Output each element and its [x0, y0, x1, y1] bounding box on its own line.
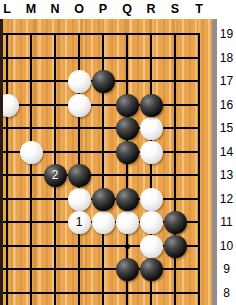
star-point-Q10 — [125, 244, 130, 249]
stone-black-Q15[interactable] — [116, 117, 139, 140]
stone-white-R11[interactable] — [140, 211, 163, 234]
stone-white-M14[interactable] — [20, 141, 43, 164]
column-label-M: M — [19, 1, 43, 18]
column-label-L: L — [0, 1, 19, 18]
row-label-11: 11 — [217, 215, 236, 229]
stone-white-R14[interactable] — [140, 141, 163, 164]
grid-line — [6, 33, 8, 305]
stone-white-O11-move-1[interactable]: 1 — [68, 211, 91, 234]
row-label-19: 19 — [217, 27, 236, 41]
stone-white-P11[interactable] — [92, 211, 115, 234]
stone-black-P12[interactable] — [92, 188, 115, 211]
row-label-18: 18 — [217, 51, 236, 65]
stone-white-R15[interactable] — [140, 117, 163, 140]
row-label-17: 17 — [217, 74, 236, 88]
row-label-10: 10 — [217, 239, 236, 253]
stone-white-O12[interactable] — [68, 188, 91, 211]
grid-line — [174, 33, 176, 305]
stone-white-R10[interactable] — [140, 235, 163, 258]
stone-white-R12[interactable] — [140, 188, 163, 211]
row-label-9: 9 — [217, 262, 236, 276]
column-label-O: O — [67, 1, 91, 18]
column-labels: LMNOPQRST — [0, 0, 236, 19]
stone-black-Q9[interactable] — [116, 258, 139, 281]
stone-black-S10[interactable] — [164, 235, 187, 258]
stone-black-P17[interactable] — [92, 70, 115, 93]
stone-black-Q16[interactable] — [116, 94, 139, 117]
stone-white-Q11[interactable] — [116, 211, 139, 234]
row-label-12: 12 — [217, 192, 236, 206]
row-label-14: 14 — [217, 145, 236, 159]
row-label-8: 8 — [217, 286, 236, 300]
stone-black-R9[interactable] — [140, 258, 163, 281]
row-label-15: 15 — [217, 121, 236, 135]
column-label-N: N — [43, 1, 67, 18]
grid-line — [198, 33, 200, 305]
stone-black-S11[interactable] — [164, 211, 187, 234]
go-app-window: LMNOPQRST 1918171615141312111098 12 — [0, 0, 236, 305]
column-label-T: T — [187, 1, 211, 18]
stone-black-Q14[interactable] — [116, 141, 139, 164]
grid-line — [30, 33, 32, 305]
row-label-13: 13 — [217, 168, 236, 182]
stone-black-R16[interactable] — [140, 94, 163, 117]
stone-black-O13[interactable] — [68, 164, 91, 187]
column-label-R: R — [139, 1, 163, 18]
row-label-16: 16 — [217, 98, 236, 112]
column-label-P: P — [91, 1, 115, 18]
stone-black-N13-move-2[interactable]: 2 — [44, 164, 67, 187]
stone-black-Q12[interactable] — [116, 188, 139, 211]
left-border — [0, 19, 3, 305]
column-label-Q: Q — [115, 1, 139, 18]
stone-white-O16[interactable] — [68, 94, 91, 117]
row-labels: 1918171615141312111098 — [217, 19, 236, 305]
stone-white-O17[interactable] — [68, 70, 91, 93]
column-label-S: S — [163, 1, 187, 18]
